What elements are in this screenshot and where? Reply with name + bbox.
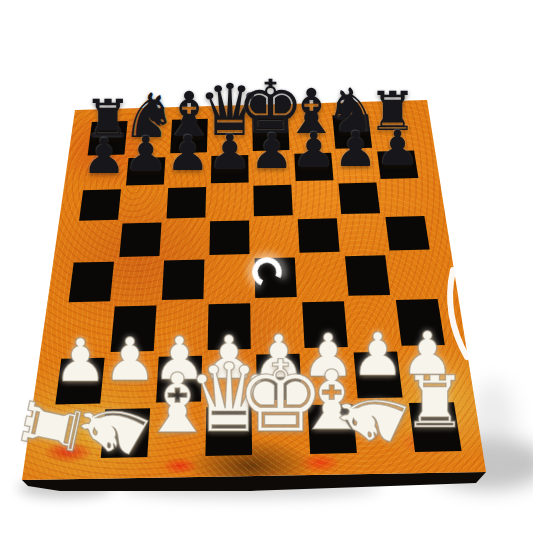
piece-black-pawn-h7[interactable]: ♟ xyxy=(376,124,420,173)
piece-black-pawn-f7[interactable]: ♟ xyxy=(292,126,336,175)
piece-black-pawn-g7[interactable]: ♟ xyxy=(334,125,378,174)
pieces-layer: ♜♞♝♛♚♝♞♜♟♟♟♟♟♟♟♟♟♟♟♟♟♟♟♟♜♞♝♛♚♝♞♜ xyxy=(0,0,533,533)
photo-of-chess-board: ♜♞♝♛♚♝♞♜♟♟♟♟♟♟♟♟♟♟♟♟♟♟♟♟♜♞♝♛♚♝♞♜ xyxy=(0,0,533,533)
piece-black-pawn-b7[interactable]: ♟ xyxy=(124,131,168,180)
piece-black-pawn-d7[interactable]: ♟ xyxy=(208,128,252,177)
piece-black-pawn-c7[interactable]: ♟ xyxy=(166,129,210,178)
piece-black-pawn-a7[interactable]: ♟ xyxy=(82,132,126,181)
piece-black-pawn-e7[interactable]: ♟ xyxy=(250,127,294,176)
piece-white-rook-h1[interactable]: ♜ xyxy=(403,367,467,439)
